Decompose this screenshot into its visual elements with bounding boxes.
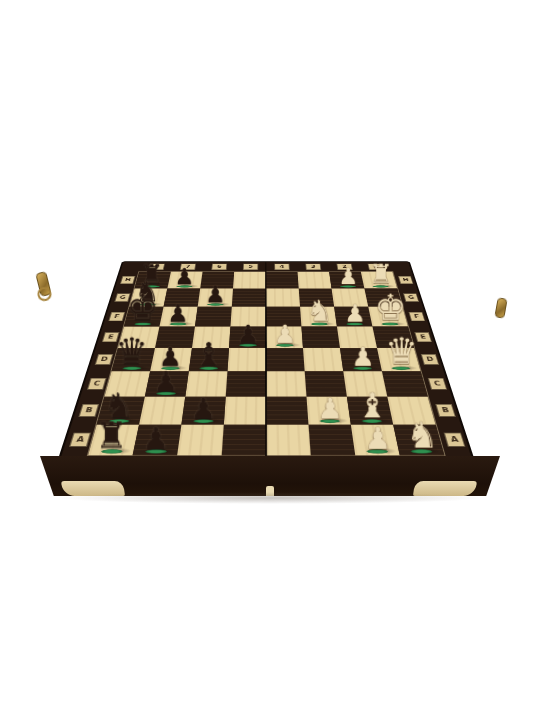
file-label-right-C: C: [428, 378, 448, 390]
square-h4[interactable]: [266, 272, 299, 289]
square-h5[interactable]: [233, 272, 266, 289]
square-c7[interactable]: ♟: [145, 371, 189, 396]
square-d8[interactable]: ♛: [112, 348, 155, 371]
rank-label-far-2: 2: [336, 264, 352, 270]
square-g4[interactable]: [266, 289, 300, 307]
black-queen-d8[interactable]: ♛: [115, 334, 148, 370]
square-b6[interactable]: ♟: [181, 397, 225, 425]
square-f1[interactable]: ♚: [368, 307, 408, 327]
black-pawn-c7[interactable]: ♟: [153, 368, 177, 395]
file-label-left-F: F: [108, 312, 125, 321]
rank-label-far-8: 8: [148, 264, 165, 270]
square-a8[interactable]: ♜: [88, 425, 139, 456]
rank-label-far-5: 5: [243, 264, 258, 270]
black-pawn-b6[interactable]: ♟: [190, 395, 216, 424]
square-f2[interactable]: ♟: [334, 307, 372, 327]
square-f7[interactable]: ♟: [159, 307, 197, 327]
square-c1[interactable]: [382, 371, 428, 396]
file-label-right-A: A: [444, 433, 466, 447]
white-bishop-b2[interactable]: ♝: [356, 389, 387, 423]
file-label-right-D: D: [421, 354, 440, 365]
chess-board: ♜♟♟♜♞♟♚♟♞♟♚♟♟♛♟♝♟♛♟♞♟♟♝♜♟♟♞ HHGGFFEEDDCC…: [54, 262, 479, 476]
square-g6[interactable]: ♟: [198, 289, 233, 307]
square-d1[interactable]: ♛: [377, 348, 421, 371]
white-queen-d1[interactable]: ♛: [385, 334, 418, 370]
square-c4[interactable]: [266, 371, 306, 396]
file-label-left-D: D: [95, 354, 114, 365]
square-a5[interactable]: [222, 425, 267, 456]
square-e4[interactable]: ♟: [266, 327, 303, 348]
square-d5[interactable]: [227, 348, 266, 371]
square-d4[interactable]: [266, 348, 305, 371]
square-h7[interactable]: ♟: [167, 272, 202, 289]
black-pawn-a7[interactable]: ♟: [142, 424, 169, 454]
square-d6[interactable]: ♝: [189, 348, 229, 371]
table-shadow: [55, 492, 485, 504]
square-a4[interactable]: [266, 425, 311, 456]
square-a6[interactable]: [177, 425, 224, 456]
white-king-f1[interactable]: ♚: [374, 290, 406, 325]
square-f6[interactable]: [195, 307, 232, 327]
square-h2[interactable]: ♟: [329, 272, 364, 289]
white-pawn-a2[interactable]: ♟: [364, 424, 391, 454]
file-label-left-A: A: [69, 433, 91, 447]
square-f8[interactable]: ♚: [124, 307, 164, 327]
rank-label-far-4: 4: [274, 264, 289, 270]
square-d3[interactable]: [303, 348, 343, 371]
white-pawn-d2[interactable]: ♟: [351, 344, 374, 370]
square-h3[interactable]: [298, 272, 332, 289]
file-label-left-H: H: [120, 276, 135, 284]
black-pawn-e5[interactable]: ♟: [236, 322, 258, 347]
square-a2[interactable]: ♟: [351, 425, 400, 456]
square-b4[interactable]: [266, 397, 308, 425]
rank-label-far-7: 7: [180, 264, 196, 270]
square-d2[interactable]: ♟: [340, 348, 382, 371]
square-a1[interactable]: ♞: [393, 425, 444, 456]
file-label-right-G: G: [403, 293, 419, 301]
square-h1[interactable]: ♜: [361, 272, 397, 289]
square-c5[interactable]: [226, 371, 266, 396]
file-label-right-H: H: [398, 276, 413, 284]
square-f3[interactable]: ♞: [300, 307, 337, 327]
square-b5[interactable]: [224, 397, 266, 425]
square-e5[interactable]: ♟: [229, 327, 266, 348]
rank-label-far-1: 1: [368, 264, 385, 270]
square-a7[interactable]: ♟: [133, 425, 182, 456]
square-b3[interactable]: ♟: [307, 397, 351, 425]
white-pawn-f2[interactable]: ♟: [344, 302, 365, 326]
rank-label-far-6: 6: [211, 264, 227, 270]
square-g5[interactable]: [232, 289, 266, 307]
black-bishop-d6[interactable]: ♝: [194, 339, 222, 370]
square-e3[interactable]: [301, 327, 340, 348]
white-knight-f3[interactable]: ♞: [306, 297, 332, 326]
rank-label-far-3: 3: [305, 264, 321, 270]
file-label-right-B: B: [435, 404, 456, 417]
black-pawn-f7[interactable]: ♟: [167, 302, 188, 326]
black-rook-a8[interactable]: ♜: [95, 418, 127, 454]
white-knight-a1[interactable]: ♞: [405, 418, 437, 454]
black-king-f8[interactable]: ♚: [126, 290, 158, 325]
file-label-right-F: F: [409, 312, 426, 321]
white-pawn-b3[interactable]: ♟: [317, 395, 343, 424]
black-pawn-g6[interactable]: ♟: [205, 283, 226, 306]
square-a3[interactable]: [309, 425, 356, 456]
white-pawn-e4[interactable]: ♟: [273, 322, 295, 347]
photo-scene: ♜♟♟♜♞♟♚♟♞♟♚♟♟♛♟♝♟♛♟♞♟♟♝♜♟♟♞ HHGGFFEEDDCC…: [0, 0, 530, 694]
box-front-edge: [40, 456, 500, 496]
file-label-left-G: G: [114, 293, 130, 301]
